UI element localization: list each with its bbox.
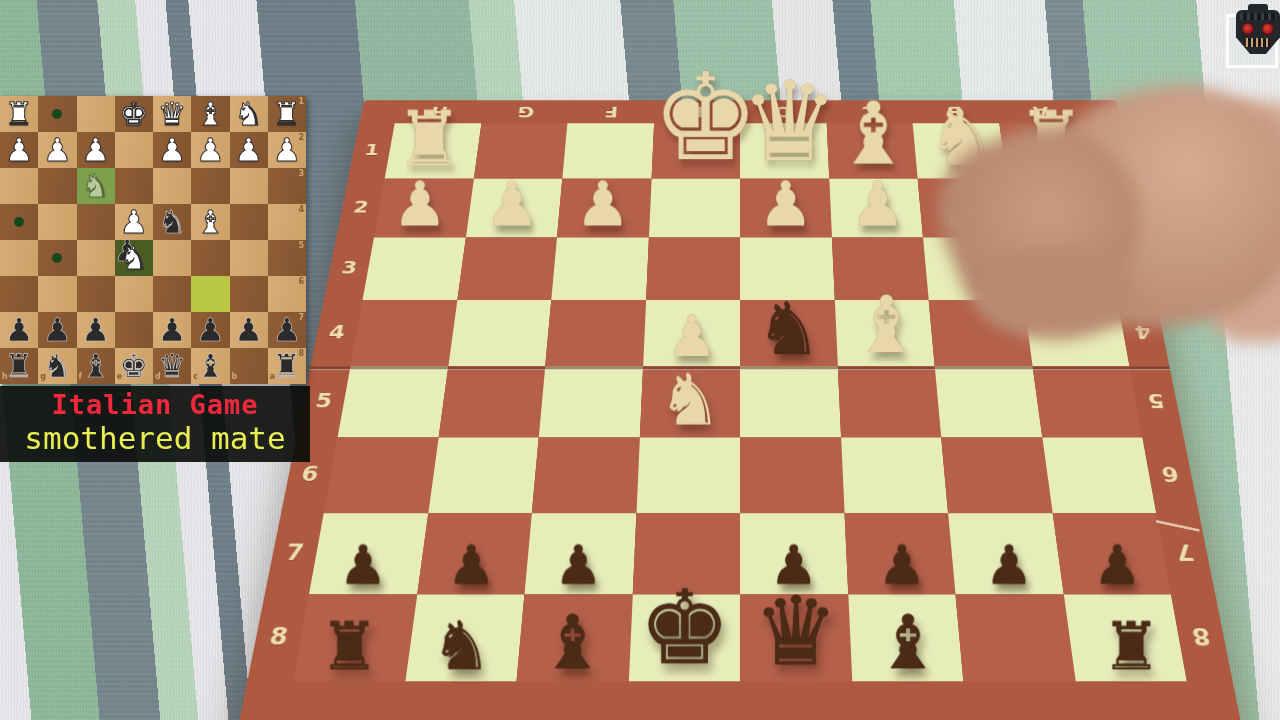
right-border-number-3: 3 <box>1114 258 1148 277</box>
robot-head-icon <box>1236 4 1280 64</box>
photo-square-d6 <box>740 437 844 513</box>
white-pawn-h2: ♟ <box>374 174 465 236</box>
left-border-number-2: 2 <box>344 198 377 216</box>
white-pawn-e4: ♟ <box>643 308 740 365</box>
white-pawn-f2: ♟ <box>557 174 648 236</box>
square-e3[interactable] <box>115 168 153 204</box>
square-b6[interactable] <box>230 276 268 312</box>
photo-piece-cell-g2: ♟ <box>465 179 562 238</box>
white-knight-e5: ♞ <box>639 365 740 436</box>
photo-piece-cell-h7: ♟ <box>309 513 428 594</box>
ghost-white-knight-f3[interactable]: ♞ <box>77 168 115 204</box>
right-border-number-6: 6 <box>1151 462 1189 485</box>
white-rook-a1: ♜ <box>1006 101 1095 177</box>
square-h6[interactable] <box>0 276 38 312</box>
white-pawn-g2: ♟ <box>466 174 557 236</box>
video-frame: { "game": "chess", "position": { "fen": … <box>0 0 1280 720</box>
robot-face-watermark <box>1222 2 1280 70</box>
photo-square-f4 <box>545 300 645 367</box>
white-pawn-c2: ♟ <box>831 174 922 236</box>
black-bishop-c8[interactable]: ♝ <box>191 348 229 384</box>
black-pawn-h7[interactable]: ♟ <box>0 312 38 348</box>
black-knight-g8[interactable]: ♞ <box>38 348 76 384</box>
left-border-number-6: 6 <box>291 462 329 485</box>
black-pawn-a7[interactable]: ♟ <box>268 312 306 348</box>
photo-piece-cell-c7: ♟ <box>844 513 955 594</box>
photo-square-c6 <box>841 437 949 513</box>
square-b3[interactable] <box>230 168 268 204</box>
photo-piece-cell-a7: ♟ <box>1052 513 1171 594</box>
photo-piece-cell-a8: ♜ <box>1063 594 1187 681</box>
black-queen-d8[interactable]: ♛ <box>153 348 191 384</box>
photo-square-h4 <box>350 300 456 367</box>
photo-piece-cell-c4: ♝ <box>834 300 934 367</box>
square-c3[interactable] <box>191 168 229 204</box>
white-pawn-f2[interactable]: ♟ <box>77 132 115 168</box>
white-queen-d1[interactable]: ♛ <box>153 96 191 132</box>
caption-opening-name: Italian Game <box>0 389 310 420</box>
physical-chessboard-surface: HGFEDCBA1234567812345678♜♞♝♛♚♜♟♟♟♟♟♟♟♟♝♞… <box>238 100 1242 720</box>
square-b5[interactable] <box>230 240 268 276</box>
photo-piece-cell-e1: ♚ <box>651 123 740 179</box>
legal-move-dot-g5[interactable] <box>52 253 62 263</box>
photo-piece-cell-f7: ♟ <box>524 513 635 594</box>
black-pawn-d7[interactable]: ♟ <box>153 312 191 348</box>
robot-face-icon <box>1236 10 1280 54</box>
black-pawn-f7: ♟ <box>525 538 633 592</box>
photo-piece-cell-b2: ♟ <box>918 179 1015 238</box>
photo-square-g6 <box>428 437 539 513</box>
black-king-e8: ♚ <box>628 576 740 679</box>
photo-square-b6 <box>941 437 1052 513</box>
white-bishop-c4[interactable]: ♝ <box>191 204 229 240</box>
photo-piece-cell-f8: ♝ <box>517 594 633 681</box>
photo-piece-cell-g8: ♞ <box>405 594 525 681</box>
white-pawn-b2: ♟ <box>923 174 1014 236</box>
photo-piece-cell-c8: ♝ <box>848 594 964 681</box>
black-rook-a8[interactable]: ♜ <box>268 348 306 384</box>
photo-piece-cell-h8: ♜ <box>293 594 417 681</box>
photo-square-b5 <box>935 367 1042 438</box>
rank-coordinate-6: 6 <box>298 278 304 286</box>
black-rook-h8[interactable]: ♜ <box>0 348 38 384</box>
square-g1[interactable] <box>38 96 76 132</box>
photo-piece-cell-e5: ♞ <box>639 367 740 438</box>
border-crease-line <box>1156 520 1200 532</box>
photo-square-f6 <box>532 437 640 513</box>
black-pawn-g7: ♟ <box>417 538 525 592</box>
photo-square-a4 <box>1023 300 1129 367</box>
robot-right-eye-icon <box>1262 23 1274 35</box>
photo-piece-cell-a2: ♟ <box>1007 179 1107 238</box>
white-pawn-b2[interactable]: ♟ <box>230 132 268 168</box>
square-e2[interactable] <box>115 132 153 168</box>
white-king-e1: ♚ <box>651 57 740 177</box>
left-border-number-3: 3 <box>332 258 366 277</box>
photo-piece-cell-d4: ♞ <box>740 300 837 367</box>
analysis-board-overlay[interactable]: 12345678hgfedcba♜♞♝♛♚♜♟♟♟♟♟♟♟♞♟♝♞♟♞♟♟♟♟♟… <box>0 96 306 384</box>
square-g3[interactable] <box>38 168 76 204</box>
physical-chessboard: HGFEDCBA1234567812345678♜♞♝♛♚♜♟♟♟♟♟♟♟♟♝♞… <box>310 0 1170 720</box>
right-border-number-1: 1 <box>1092 141 1124 158</box>
photo-square-a6 <box>1042 437 1156 513</box>
black-bishop-f8[interactable]: ♝ <box>77 348 115 384</box>
white-rook-h1: ♜ <box>385 101 474 177</box>
square-b4[interactable] <box>230 204 268 240</box>
rank-coordinate-4: 4 <box>298 206 304 214</box>
photo-square-h6 <box>324 437 438 513</box>
square-g6[interactable] <box>38 276 76 312</box>
right-border-number-2: 2 <box>1103 198 1136 216</box>
left-border-number-5: 5 <box>306 390 343 412</box>
white-knight-b1: ♞ <box>918 98 1007 177</box>
photo-piece-cell-c2: ♟ <box>829 179 923 238</box>
white-bishop-c1[interactable]: ♝ <box>191 96 229 132</box>
square-c5[interactable] <box>191 240 229 276</box>
square-g5[interactable] <box>38 240 76 276</box>
black-pawn-c7: ♟ <box>848 538 956 592</box>
photo-square-g4 <box>448 300 551 367</box>
caption-theme-name: smothered mate <box>0 420 310 456</box>
photo-square-d5 <box>740 367 841 438</box>
square-c6[interactable] <box>191 276 229 312</box>
square-d6[interactable] <box>153 276 191 312</box>
square-e7[interactable] <box>115 312 153 348</box>
white-pawn-d2: ♟ <box>740 174 831 236</box>
caption-box: Italian Game smothered mate <box>0 386 310 462</box>
black-bishop-c8: ♝ <box>852 605 964 679</box>
right-border-number-7: 7 <box>1165 540 1205 565</box>
photo-piece-cell-g7: ♟ <box>417 513 532 594</box>
black-queen-d8: ♛ <box>740 584 852 679</box>
square-f6[interactable] <box>77 276 115 312</box>
white-bishop-c1: ♝ <box>829 91 918 177</box>
white-pawn-g2[interactable]: ♟ <box>38 132 76 168</box>
black-pawn-f7[interactable]: ♟ <box>77 312 115 348</box>
photo-square-b4 <box>929 300 1032 367</box>
left-border-number-4: 4 <box>319 322 354 343</box>
white-knight-e5[interactable]: ♞ <box>115 240 153 276</box>
photo-square-e2 <box>648 179 740 238</box>
square-h3[interactable] <box>0 168 38 204</box>
black-knight-d4[interactable]: ♞ <box>153 204 191 240</box>
white-rook-a1[interactable]: ♜ <box>268 96 306 132</box>
right-border-number-5: 5 <box>1138 390 1175 412</box>
square-h4[interactable] <box>0 204 38 240</box>
square-h5[interactable] <box>0 240 38 276</box>
square-d5[interactable] <box>153 240 191 276</box>
black-rook-a8: ♜ <box>1075 613 1187 679</box>
black-bishop-f8: ♝ <box>517 605 629 679</box>
robot-left-eye-icon <box>1242 23 1254 35</box>
photo-square-c5 <box>837 367 941 438</box>
left-border-number-1: 1 <box>356 141 388 158</box>
photo-square-a3 <box>1015 238 1118 301</box>
photo-piece-cell-f2: ♟ <box>557 179 651 238</box>
white-pawn-h2[interactable]: ♟ <box>0 132 38 168</box>
photo-square-f3 <box>551 238 648 301</box>
square-g4[interactable] <box>38 204 76 240</box>
photo-square-h5 <box>338 367 448 438</box>
far-border-letter-F: F <box>568 103 655 119</box>
square-e6[interactable] <box>115 276 153 312</box>
rank-coordinate-5: 5 <box>298 242 304 250</box>
photo-square-b3 <box>923 238 1023 301</box>
black-pawn-h7: ♟ <box>309 538 417 592</box>
photo-piece-cell-e4: ♟ <box>643 300 740 367</box>
photo-piece-cell-e8: ♚ <box>628 594 740 681</box>
black-pawn-b7[interactable]: ♟ <box>230 312 268 348</box>
photo-piece-cell-b7: ♟ <box>948 513 1063 594</box>
photo-square-e6 <box>636 437 740 513</box>
legal-move-dot-h4[interactable] <box>14 217 24 227</box>
black-knight-g8: ♞ <box>405 612 517 680</box>
black-pawn-g7[interactable]: ♟ <box>38 312 76 348</box>
photo-piece-cell-d8: ♛ <box>740 594 852 681</box>
photo-square-h3 <box>363 238 466 301</box>
white-bishop-c4: ♝ <box>837 286 934 365</box>
right-border-number-4: 4 <box>1125 322 1160 343</box>
white-pawn-a2[interactable]: ♟ <box>268 132 306 168</box>
black-king-e8[interactable]: ♚ <box>115 348 153 384</box>
far-border-letter-G: G <box>482 103 570 119</box>
black-rook-h8: ♜ <box>293 613 405 679</box>
photo-piece-cell-h2: ♟ <box>374 179 474 238</box>
black-pawn-a7: ♟ <box>1063 538 1171 592</box>
photo-square-g5 <box>438 367 545 438</box>
white-pawn-c2[interactable]: ♟ <box>191 132 229 168</box>
photo-piece-cell-d2: ♟ <box>740 179 832 238</box>
robot-mouth-grill-icon <box>1246 38 1270 47</box>
square-d3[interactable] <box>153 168 191 204</box>
white-pawn-d2[interactable]: ♟ <box>153 132 191 168</box>
black-pawn-c7[interactable]: ♟ <box>191 312 229 348</box>
photo-square-e3 <box>646 238 740 301</box>
robot-antenna-icon <box>1248 4 1268 11</box>
white-king-e1[interactable]: ♚ <box>115 96 153 132</box>
file-coordinate-b: b <box>232 373 238 381</box>
rank-coordinate-3: 3 <box>298 170 304 178</box>
photo-square-f5 <box>539 367 643 438</box>
photo-square-b8 <box>956 594 1076 681</box>
photo-square-g3 <box>457 238 557 301</box>
photo-square-a5 <box>1032 367 1142 438</box>
robot-brow-grill-icon <box>1240 13 1276 20</box>
square-f1[interactable] <box>77 96 115 132</box>
white-rook-h1[interactable]: ♜ <box>0 96 38 132</box>
legal-move-dot-g1[interactable] <box>52 109 62 119</box>
white-knight-b1[interactable]: ♞ <box>230 96 268 132</box>
black-pawn-b7: ♟ <box>955 538 1063 592</box>
white-pawn-a2: ♟ <box>1014 174 1105 236</box>
black-knight-d4: ♞ <box>740 292 837 365</box>
